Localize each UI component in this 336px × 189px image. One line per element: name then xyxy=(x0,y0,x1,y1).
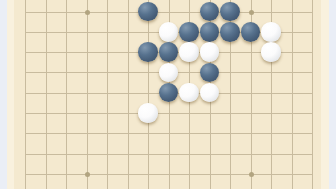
stone-black xyxy=(220,22,240,42)
stone-black xyxy=(159,83,179,103)
stones-layer xyxy=(0,0,336,189)
stone-white xyxy=(200,42,220,62)
stone-black xyxy=(138,2,158,22)
stone-white xyxy=(179,42,199,62)
stone-white xyxy=(159,63,179,83)
stone-black xyxy=(200,2,220,22)
stone-black xyxy=(159,42,179,62)
stone-white xyxy=(179,83,199,103)
stone-white xyxy=(138,103,158,123)
stone-black xyxy=(200,63,220,83)
stone-black xyxy=(179,22,199,42)
stone-white xyxy=(261,22,281,42)
stone-black xyxy=(200,22,220,42)
game-scene xyxy=(0,0,336,189)
stone-white xyxy=(261,42,281,62)
stone-white xyxy=(200,83,220,103)
stone-black xyxy=(241,22,261,42)
stone-black xyxy=(220,2,240,22)
stone-black xyxy=(138,42,158,62)
stone-white xyxy=(159,22,179,42)
